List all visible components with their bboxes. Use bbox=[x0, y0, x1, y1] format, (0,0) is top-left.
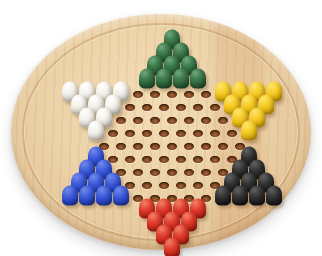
peg-black[interactable] bbox=[249, 186, 265, 206]
board-cell bbox=[176, 127, 185, 140]
board-cell bbox=[159, 127, 168, 140]
board-cell bbox=[159, 179, 168, 192]
peg-hole[interactable] bbox=[210, 104, 220, 111]
peg-hole[interactable] bbox=[201, 169, 211, 176]
board-cell bbox=[227, 127, 236, 140]
peg-hole[interactable] bbox=[150, 169, 160, 176]
peg-blue[interactable] bbox=[113, 186, 129, 206]
board-cell bbox=[134, 140, 143, 153]
peg-red[interactable] bbox=[164, 238, 180, 256]
board-cell bbox=[236, 192, 245, 205]
peg-green[interactable] bbox=[173, 69, 189, 89]
board-cell bbox=[202, 166, 211, 179]
peg-hole[interactable] bbox=[142, 104, 152, 111]
board-cell bbox=[185, 114, 194, 127]
board-cell bbox=[117, 140, 126, 153]
board-cell bbox=[91, 127, 100, 140]
peg-white[interactable] bbox=[88, 121, 104, 141]
board-cell bbox=[219, 140, 228, 153]
peg-hole[interactable] bbox=[125, 104, 135, 111]
peg-hole[interactable] bbox=[142, 130, 152, 137]
peg-hole[interactable] bbox=[125, 130, 135, 137]
board-cell bbox=[193, 179, 202, 192]
board-cell bbox=[142, 153, 151, 166]
board-cell bbox=[193, 153, 202, 166]
peg-hole[interactable] bbox=[176, 104, 186, 111]
peg-black[interactable] bbox=[215, 186, 231, 206]
board-cell bbox=[117, 114, 126, 127]
peg-hole[interactable] bbox=[133, 169, 143, 176]
board-cell bbox=[142, 179, 151, 192]
board-cell bbox=[210, 101, 219, 114]
peg-hole[interactable] bbox=[201, 143, 211, 150]
board-cell bbox=[185, 166, 194, 179]
board-cell bbox=[168, 140, 177, 153]
peg-hole[interactable] bbox=[184, 143, 194, 150]
board-cell bbox=[193, 101, 202, 114]
board-cell bbox=[176, 179, 185, 192]
peg-blue[interactable] bbox=[62, 186, 78, 206]
peg-hole[interactable] bbox=[167, 117, 177, 124]
peg-blue[interactable] bbox=[79, 186, 95, 206]
board-cell bbox=[151, 88, 160, 101]
board-cell bbox=[142, 101, 151, 114]
board-cell bbox=[210, 127, 219, 140]
peg-hole[interactable] bbox=[150, 117, 160, 124]
board-cell bbox=[202, 114, 211, 127]
board-cell bbox=[202, 140, 211, 153]
peg-hole[interactable] bbox=[210, 130, 220, 137]
peg-hole[interactable] bbox=[184, 117, 194, 124]
peg-hole[interactable] bbox=[116, 117, 126, 124]
board-cell bbox=[202, 88, 211, 101]
peg-hole[interactable] bbox=[176, 156, 186, 163]
peg-hole[interactable] bbox=[159, 156, 169, 163]
peg-hole[interactable] bbox=[159, 104, 169, 111]
board-cell bbox=[244, 127, 253, 140]
peg-hole[interactable] bbox=[210, 156, 220, 163]
peg-black[interactable] bbox=[232, 186, 248, 206]
board-cell bbox=[219, 114, 228, 127]
board-cell bbox=[125, 153, 134, 166]
peg-hole[interactable] bbox=[201, 117, 211, 124]
board-cell bbox=[142, 127, 151, 140]
peg-yellow[interactable] bbox=[241, 121, 257, 141]
peg-hole[interactable] bbox=[167, 169, 177, 176]
peg-hole[interactable] bbox=[142, 156, 152, 163]
peg-hole[interactable] bbox=[193, 104, 203, 111]
peg-hole[interactable] bbox=[150, 91, 160, 98]
peg-hole[interactable] bbox=[108, 130, 118, 137]
peg-hole[interactable] bbox=[193, 156, 203, 163]
board-cell bbox=[168, 114, 177, 127]
peg-hole[interactable] bbox=[218, 117, 228, 124]
peg-black[interactable] bbox=[266, 186, 282, 206]
peg-hole[interactable] bbox=[176, 130, 186, 137]
board-cell bbox=[193, 75, 202, 88]
board-cell bbox=[159, 75, 168, 88]
peg-hole[interactable] bbox=[184, 169, 194, 176]
peg-hole[interactable] bbox=[133, 91, 143, 98]
board-cell bbox=[159, 101, 168, 114]
board-cell bbox=[159, 153, 168, 166]
board-cell bbox=[176, 101, 185, 114]
peg-green[interactable] bbox=[156, 69, 172, 89]
peg-hole[interactable] bbox=[159, 130, 169, 137]
photo-stage bbox=[0, 0, 322, 256]
board-cell bbox=[125, 127, 134, 140]
board-cell bbox=[253, 192, 262, 205]
peg-hole[interactable] bbox=[159, 182, 169, 189]
peg-hole[interactable] bbox=[218, 143, 228, 150]
board-cell bbox=[117, 192, 126, 205]
peg-hole[interactable] bbox=[150, 143, 160, 150]
peg-hole[interactable] bbox=[133, 143, 143, 150]
board-cell bbox=[219, 192, 228, 205]
board-cell bbox=[210, 153, 219, 166]
board-grid bbox=[66, 36, 279, 256]
peg-blue[interactable] bbox=[96, 186, 112, 206]
board-cell bbox=[151, 140, 160, 153]
board-cell bbox=[151, 166, 160, 179]
peg-hole[interactable] bbox=[125, 156, 135, 163]
board-cell bbox=[142, 75, 151, 88]
board-cell bbox=[193, 127, 202, 140]
board-cell bbox=[168, 88, 177, 101]
peg-hole[interactable] bbox=[201, 91, 211, 98]
board-cell bbox=[134, 114, 143, 127]
board-cell bbox=[134, 166, 143, 179]
peg-green[interactable] bbox=[190, 69, 206, 89]
game-board bbox=[11, 14, 311, 250]
board-cell bbox=[168, 166, 177, 179]
peg-hole[interactable] bbox=[133, 117, 143, 124]
board-cell bbox=[185, 88, 194, 101]
board-cell bbox=[151, 114, 160, 127]
peg-hole[interactable] bbox=[184, 91, 194, 98]
peg-hole[interactable] bbox=[193, 130, 203, 137]
board-cell bbox=[108, 127, 117, 140]
board-cell bbox=[176, 153, 185, 166]
board-cell bbox=[66, 192, 75, 205]
peg-hole[interactable] bbox=[167, 143, 177, 150]
peg-hole[interactable] bbox=[167, 91, 177, 98]
peg-hole[interactable] bbox=[142, 182, 152, 189]
board-cell bbox=[176, 75, 185, 88]
peg-hole[interactable] bbox=[176, 182, 186, 189]
board-cell bbox=[100, 192, 109, 205]
board-cell bbox=[134, 88, 143, 101]
peg-hole[interactable] bbox=[116, 143, 126, 150]
board-cell bbox=[185, 140, 194, 153]
board-cell bbox=[125, 101, 134, 114]
peg-hole[interactable] bbox=[193, 182, 203, 189]
peg-green[interactable] bbox=[139, 69, 155, 89]
peg-hole[interactable] bbox=[227, 130, 237, 137]
board-cell bbox=[168, 244, 177, 256]
board-cell bbox=[83, 192, 92, 205]
board-cell bbox=[270, 192, 279, 205]
